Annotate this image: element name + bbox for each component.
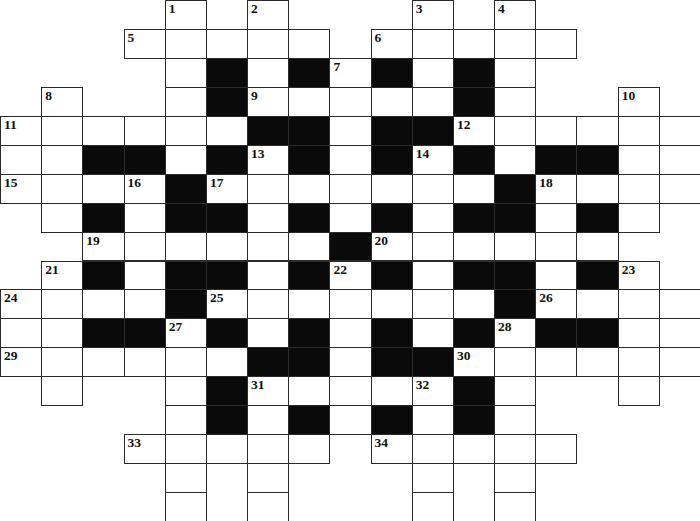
- cell-r13-c1[interactable]: [41, 376, 83, 406]
- cell-r7-c1[interactable]: [41, 203, 83, 233]
- cell-r4-c11[interactable]: 12: [453, 116, 495, 146]
- cell-r1-c12[interactable]: [494, 29, 536, 59]
- cell-r5-c10[interactable]: 14: [412, 145, 454, 175]
- cell-r12-c0[interactable]: 29: [0, 347, 42, 377]
- cell-r14-c8[interactable]: [329, 405, 371, 435]
- cell-r7-c6[interactable]: [247, 203, 289, 233]
- block-cell-r7-c4: [165, 203, 207, 233]
- cell-r6-c5[interactable]: 17: [206, 174, 248, 204]
- block-cell-r2-c9: [371, 58, 413, 88]
- cell-r8-c9[interactable]: 20: [371, 232, 413, 262]
- cell-r8-c4[interactable]: [165, 232, 207, 262]
- cell-r8-c12[interactable]: [494, 232, 536, 262]
- cell-r4-c15[interactable]: [618, 116, 660, 146]
- block-cell-r14-c11: [453, 405, 495, 435]
- cell-r1-c11[interactable]: [453, 29, 495, 59]
- cell-r3-c12[interactable]: [494, 87, 536, 117]
- cell-r1-c9[interactable]: 6: [371, 29, 413, 59]
- cell-r6-c7[interactable]: [288, 174, 330, 204]
- cell-r15-c11[interactable]: [453, 434, 495, 464]
- cell-r14-c4[interactable]: [165, 405, 207, 435]
- block-cell-r3-c11: [453, 87, 495, 117]
- block-cell-r11-c9: [371, 318, 413, 348]
- block-cell-r14-c7: [288, 405, 330, 435]
- cell-r7-c10[interactable]: [412, 203, 454, 233]
- cell-r8-c11[interactable]: [453, 232, 495, 262]
- cell-r8-c13[interactable]: [535, 232, 577, 262]
- block-cell-r9-c14: [576, 261, 618, 291]
- cell-r6-c14[interactable]: [576, 174, 618, 204]
- block-cell-r5-c13: [535, 145, 577, 175]
- block-cell-r12-c9: [371, 347, 413, 377]
- cell-r12-c11[interactable]: 30: [453, 347, 495, 377]
- block-cell-r2-c5: [206, 58, 248, 88]
- block-cell-r7-c7: [288, 203, 330, 233]
- cell-r9-c3[interactable]: [124, 261, 166, 291]
- block-cell-r2-c7: [288, 58, 330, 88]
- cell-r1-c5[interactable]: [206, 29, 248, 59]
- cell-r3-c7[interactable]: [288, 87, 330, 117]
- block-cell-r9-c7: [288, 261, 330, 291]
- cell-r5-c16[interactable]: [659, 145, 700, 175]
- clue-number-16: 16: [128, 175, 142, 190]
- cell-r1-c10[interactable]: [412, 29, 454, 59]
- cell-r10-c3[interactable]: [124, 289, 166, 319]
- cell-r4-c14[interactable]: [576, 116, 618, 146]
- block-cell-r7-c5: [206, 203, 248, 233]
- cell-r15-c7[interactable]: [288, 434, 330, 464]
- cell-r10-c15[interactable]: [618, 289, 660, 319]
- cell-r10-c1[interactable]: [41, 289, 83, 319]
- clue-number-28: 28: [498, 319, 512, 334]
- block-cell-r9-c11: [453, 261, 495, 291]
- cell-r14-c12[interactable]: [494, 405, 536, 435]
- cell-r2-c4[interactable]: [165, 58, 207, 88]
- block-cell-r8-c8: [329, 232, 371, 262]
- cell-r12-c16[interactable]: [659, 347, 700, 377]
- cell-r16-c4[interactable]: [165, 463, 207, 493]
- cell-r15-c9[interactable]: 34: [371, 434, 413, 464]
- cell-r9-c6[interactable]: [247, 261, 289, 291]
- clue-number-32: 32: [416, 377, 430, 392]
- cell-r1-c3[interactable]: 5: [124, 29, 166, 59]
- cell-r5-c15[interactable]: [618, 145, 660, 175]
- cell-r6-c9[interactable]: [371, 174, 413, 204]
- cell-r4-c13[interactable]: [535, 116, 577, 146]
- cell-r16-c6[interactable]: [247, 463, 289, 493]
- clue-number-29: 29: [4, 348, 18, 363]
- block-cell-r3-c5: [206, 87, 248, 117]
- cell-r11-c4[interactable]: 27: [165, 318, 207, 348]
- cell-r7-c13[interactable]: [535, 203, 577, 233]
- cell-r11-c8[interactable]: [329, 318, 371, 348]
- cell-r6-c0[interactable]: 15: [0, 174, 42, 204]
- cell-r15-c10[interactable]: [412, 434, 454, 464]
- cell-r9-c1[interactable]: 21: [41, 261, 83, 291]
- block-cell-r9-c9: [371, 261, 413, 291]
- cell-r4-c8[interactable]: [329, 116, 371, 146]
- cell-r6-c13[interactable]: 18: [535, 174, 577, 204]
- cell-r6-c16[interactable]: [659, 174, 700, 204]
- block-cell-r4-c7: [288, 116, 330, 146]
- cell-r10-c0[interactable]: 24: [0, 289, 42, 319]
- cell-r12-c13[interactable]: [535, 347, 577, 377]
- cell-r4-c0[interactable]: 11: [0, 116, 42, 146]
- clue-number-26: 26: [539, 290, 553, 305]
- block-cell-r9-c4: [165, 261, 207, 291]
- cell-r7-c15[interactable]: [618, 203, 660, 233]
- clue-number-15: 15: [4, 175, 18, 190]
- cell-r10-c10[interactable]: [412, 289, 454, 319]
- cell-r7-c8[interactable]: [329, 203, 371, 233]
- cell-r3-c10[interactable]: [412, 87, 454, 117]
- cell-r6-c6[interactable]: [247, 174, 289, 204]
- clue-number-27: 27: [169, 319, 183, 334]
- cell-r11-c0[interactable]: [0, 318, 42, 348]
- block-cell-r10-c12: [494, 289, 536, 319]
- cell-r1-c13[interactable]: [535, 29, 577, 59]
- block-cell-r5-c9: [371, 145, 413, 175]
- cell-r4-c2[interactable]: [82, 116, 124, 146]
- cell-r3-c9[interactable]: [371, 87, 413, 117]
- cell-r8-c3[interactable]: [124, 232, 166, 262]
- cell-r12-c12[interactable]: [494, 347, 536, 377]
- cell-r10-c2[interactable]: [82, 289, 124, 319]
- clue-number-8: 8: [45, 88, 52, 103]
- cell-r15-c3[interactable]: 33: [124, 434, 166, 464]
- cell-r3-c6[interactable]: 9: [247, 87, 289, 117]
- clue-number-25: 25: [210, 290, 224, 305]
- clue-number-11: 11: [4, 117, 17, 132]
- cell-r1-c4[interactable]: [165, 29, 207, 59]
- clue-number-1: 1: [169, 1, 176, 16]
- cell-r2-c10[interactable]: [412, 58, 454, 88]
- cell-r13-c15[interactable]: [618, 376, 660, 406]
- cell-r0-c4[interactable]: 1: [165, 0, 207, 30]
- clue-number-21: 21: [45, 262, 59, 277]
- cell-r3-c15[interactable]: 10: [618, 87, 660, 117]
- clue-number-31: 31: [251, 377, 265, 392]
- cell-r13-c9[interactable]: [371, 376, 413, 406]
- cell-r12-c8[interactable]: [329, 347, 371, 377]
- clue-number-10: 10: [622, 88, 636, 103]
- clue-number-12: 12: [457, 117, 471, 132]
- cell-r3-c1[interactable]: 8: [41, 87, 83, 117]
- cell-r11-c6[interactable]: [247, 318, 289, 348]
- clue-number-34: 34: [375, 435, 389, 450]
- cell-r14-c6[interactable]: [247, 405, 289, 435]
- cell-r10-c14[interactable]: [576, 289, 618, 319]
- cell-r9-c8[interactable]: 22: [329, 261, 371, 291]
- cell-r13-c7[interactable]: [288, 376, 330, 406]
- block-cell-r5-c2: [82, 145, 124, 175]
- block-cell-r7-c14: [576, 203, 618, 233]
- cell-r3-c8[interactable]: [329, 87, 371, 117]
- block-cell-r11-c7: [288, 318, 330, 348]
- cell-r4-c4[interactable]: [165, 116, 207, 146]
- block-cell-r4-c9: [371, 116, 413, 146]
- cell-r5-c1[interactable]: [41, 145, 83, 175]
- cell-r6-c15[interactable]: [618, 174, 660, 204]
- clue-number-33: 33: [128, 435, 142, 450]
- cell-r6-c1[interactable]: [41, 174, 83, 204]
- cell-r17-c12[interactable]: [494, 492, 536, 521]
- cell-r1-c6[interactable]: [247, 29, 289, 59]
- cell-r8-c7[interactable]: [288, 232, 330, 262]
- cell-r10-c16[interactable]: [659, 289, 700, 319]
- clue-number-18: 18: [539, 175, 553, 190]
- block-cell-r12-c6: [247, 347, 289, 377]
- block-cell-r7-c11: [453, 203, 495, 233]
- block-cell-r11-c13: [535, 318, 577, 348]
- clue-number-19: 19: [86, 233, 100, 248]
- cell-r0-c6[interactable]: 2: [247, 0, 289, 30]
- block-cell-r9-c5: [206, 261, 248, 291]
- block-cell-r14-c5: [206, 405, 248, 435]
- cell-r14-c10[interactable]: [412, 405, 454, 435]
- cell-r4-c3[interactable]: [124, 116, 166, 146]
- cell-r5-c0[interactable]: [0, 145, 42, 175]
- clue-number-13: 13: [251, 146, 265, 161]
- clue-number-2: 2: [251, 1, 258, 16]
- cell-r4-c16[interactable]: [659, 116, 700, 146]
- clue-number-17: 17: [210, 175, 224, 190]
- cell-r6-c8[interactable]: [329, 174, 371, 204]
- block-cell-r4-c6: [247, 116, 289, 146]
- cell-r6-c10[interactable]: [412, 174, 454, 204]
- clue-number-20: 20: [375, 233, 389, 248]
- cell-r8-c10[interactable]: [412, 232, 454, 262]
- cell-r12-c14[interactable]: [576, 347, 618, 377]
- cell-r17-c6[interactable]: [247, 492, 289, 521]
- cell-r0-c10[interactable]: 3: [412, 0, 454, 30]
- cell-r6-c3[interactable]: 16: [124, 174, 166, 204]
- cell-r10-c5[interactable]: 25: [206, 289, 248, 319]
- cell-r5-c12[interactable]: [494, 145, 536, 175]
- cell-r11-c15[interactable]: [618, 318, 660, 348]
- cell-r4-c12[interactable]: [494, 116, 536, 146]
- block-cell-r11-c2: [82, 318, 124, 348]
- cell-r9-c13[interactable]: [535, 261, 577, 291]
- cell-r12-c5[interactable]: [206, 347, 248, 377]
- block-cell-r12-c7: [288, 347, 330, 377]
- cell-r10-c11[interactable]: [453, 289, 495, 319]
- cell-r9-c10[interactable]: [412, 261, 454, 291]
- cell-r2-c6[interactable]: [247, 58, 289, 88]
- block-cell-r11-c14: [576, 318, 618, 348]
- block-cell-r7-c9: [371, 203, 413, 233]
- block-cell-r9-c12: [494, 261, 536, 291]
- cell-r7-c3[interactable]: [124, 203, 166, 233]
- cell-r0-c12[interactable]: 4: [494, 0, 536, 30]
- clue-number-14: 14: [416, 146, 430, 161]
- block-cell-r9-c2: [82, 261, 124, 291]
- cell-r13-c12[interactable]: [494, 376, 536, 406]
- cell-r15-c12[interactable]: [494, 434, 536, 464]
- cell-r15-c5[interactable]: [206, 434, 248, 464]
- cell-r6-c2[interactable]: [82, 174, 124, 204]
- cell-r3-c4[interactable]: [165, 87, 207, 117]
- cell-r9-c15[interactable]: 23: [618, 261, 660, 291]
- cell-r15-c4[interactable]: [165, 434, 207, 464]
- cell-r12-c4[interactable]: [165, 347, 207, 377]
- cell-r8-c5[interactable]: [206, 232, 248, 262]
- cell-r5-c6[interactable]: 13: [247, 145, 289, 175]
- cell-r16-c12[interactable]: [494, 463, 536, 493]
- cell-r13-c6[interactable]: 31: [247, 376, 289, 406]
- block-cell-r11-c5: [206, 318, 248, 348]
- cell-r10-c8[interactable]: [329, 289, 371, 319]
- cell-r8-c14[interactable]: [576, 232, 618, 262]
- block-cell-r10-c4: [165, 289, 207, 319]
- clue-number-24: 24: [4, 290, 18, 305]
- cell-r5-c8[interactable]: [329, 145, 371, 175]
- cell-r8-c2[interactable]: 19: [82, 232, 124, 262]
- clue-number-30: 30: [457, 348, 471, 363]
- cell-r13-c8[interactable]: [329, 376, 371, 406]
- cell-r5-c4[interactable]: [165, 145, 207, 175]
- clue-number-4: 4: [498, 1, 505, 16]
- cell-r10-c9[interactable]: [371, 289, 413, 319]
- clue-number-22: 22: [333, 262, 347, 277]
- block-cell-r5-c7: [288, 145, 330, 175]
- cell-r12-c1[interactable]: [41, 347, 83, 377]
- block-cell-r11-c11: [453, 318, 495, 348]
- clue-number-3: 3: [416, 1, 423, 16]
- cell-r8-c6[interactable]: [247, 232, 289, 262]
- cell-r11-c10[interactable]: [412, 318, 454, 348]
- cell-r4-c5[interactable]: [206, 116, 248, 146]
- cell-r12-c3[interactable]: [124, 347, 166, 377]
- cell-r17-c10[interactable]: [412, 492, 454, 521]
- cell-r16-c10[interactable]: [412, 463, 454, 493]
- crossword-grid: 1234567891011121314151617181920212223242…: [0, 0, 700, 521]
- block-cell-r7-c2: [82, 203, 124, 233]
- block-cell-r11-c3: [124, 318, 166, 348]
- cell-r12-c15[interactable]: [618, 347, 660, 377]
- cell-r12-c2[interactable]: [82, 347, 124, 377]
- block-cell-r5-c3: [124, 145, 166, 175]
- cell-r17-c4[interactable]: [165, 492, 207, 521]
- block-cell-r14-c9: [371, 405, 413, 435]
- cell-r10-c6[interactable]: [247, 289, 289, 319]
- cell-r4-c1[interactable]: [41, 116, 83, 146]
- block-cell-r13-c11: [453, 376, 495, 406]
- cell-r11-c12[interactable]: 28: [494, 318, 536, 348]
- block-cell-r13-c5: [206, 376, 248, 406]
- clue-number-7: 7: [333, 59, 340, 74]
- cell-r13-c4[interactable]: [165, 376, 207, 406]
- cell-r2-c8[interactable]: 7: [329, 58, 371, 88]
- cell-r10-c13[interactable]: 26: [535, 289, 577, 319]
- block-cell-r5-c5: [206, 145, 248, 175]
- cell-r2-c12[interactable]: [494, 58, 536, 88]
- block-cell-r2-c11: [453, 58, 495, 88]
- cell-r10-c7[interactable]: [288, 289, 330, 319]
- clue-number-6: 6: [375, 30, 382, 45]
- cell-r11-c1[interactable]: [41, 318, 83, 348]
- block-cell-r12-c10: [412, 347, 454, 377]
- block-cell-r4-c10: [412, 116, 454, 146]
- clue-number-9: 9: [251, 88, 258, 103]
- cell-r15-c6[interactable]: [247, 434, 289, 464]
- block-cell-r6-c4: [165, 174, 207, 204]
- clue-number-23: 23: [622, 262, 636, 277]
- clue-number-5: 5: [128, 30, 135, 45]
- cell-r13-c10[interactable]: 32: [412, 376, 454, 406]
- cell-r11-c16[interactable]: [659, 318, 700, 348]
- block-cell-r6-c12: [494, 174, 536, 204]
- block-cell-r5-c11: [453, 145, 495, 175]
- cell-r1-c7[interactable]: [288, 29, 330, 59]
- cell-r15-c13[interactable]: [535, 434, 577, 464]
- block-cell-r7-c12: [494, 203, 536, 233]
- block-cell-r5-c14: [576, 145, 618, 175]
- cell-r6-c11[interactable]: [453, 174, 495, 204]
